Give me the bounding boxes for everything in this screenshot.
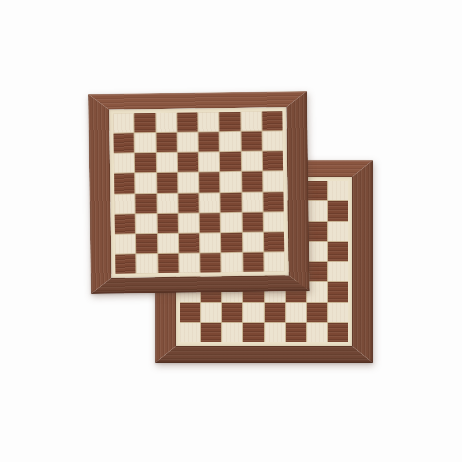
board-square-dark	[115, 214, 136, 233]
board-square-dark	[199, 173, 220, 192]
board-square-light	[113, 113, 134, 132]
board-square-dark	[307, 222, 327, 241]
board-square-light	[243, 303, 263, 322]
board-square-light	[114, 154, 135, 173]
board-square-dark	[157, 173, 178, 192]
board-square-light	[179, 253, 200, 272]
board-square-dark	[180, 303, 200, 322]
board-square-light	[265, 323, 285, 342]
board-square-light	[307, 242, 327, 261]
board-square-light	[286, 303, 306, 322]
board-square-light	[241, 152, 262, 171]
board-square-dark	[221, 192, 242, 211]
board-square-dark	[136, 194, 157, 213]
board-square-dark	[156, 133, 177, 152]
board-square-light	[135, 133, 156, 152]
board-square-dark	[263, 152, 284, 171]
board-square-light	[199, 152, 220, 171]
board-square-dark	[135, 113, 156, 132]
board-square-dark	[307, 303, 327, 322]
board-square-light	[157, 193, 178, 212]
board-square-light	[201, 303, 221, 322]
board-square-dark	[114, 174, 135, 193]
board-front-field	[113, 111, 284, 273]
board-square-light	[263, 172, 284, 191]
board-square-dark	[242, 212, 263, 231]
board-square-dark	[178, 193, 199, 212]
board-square-light	[242, 192, 263, 211]
board-square-light	[242, 232, 263, 251]
board-square-light	[136, 254, 157, 273]
board-square-dark	[286, 323, 306, 342]
board-square-light	[135, 173, 156, 192]
board-square-light	[221, 253, 242, 272]
board-square-light	[199, 193, 220, 212]
board-square-dark	[307, 262, 327, 281]
board-back-frame-right-rail	[352, 160, 373, 363]
board-square-dark	[262, 111, 283, 130]
board-square-light	[307, 201, 327, 220]
board-square-dark	[263, 192, 284, 211]
board-square-dark	[135, 153, 156, 172]
board-square-light	[328, 181, 348, 200]
board-square-dark	[307, 181, 327, 200]
board-square-dark	[179, 233, 200, 252]
board-square-light	[156, 113, 177, 132]
board-square-dark	[115, 254, 136, 273]
board-square-light	[180, 323, 200, 342]
product-photo	[0, 0, 462, 462]
board-square-dark	[243, 252, 264, 271]
board-front-frame-bottom-rail	[91, 275, 310, 294]
board-square-light	[262, 131, 283, 150]
board-square-dark	[157, 213, 178, 232]
board-square-light	[241, 112, 262, 131]
board-square-light	[115, 234, 136, 253]
board-square-dark	[242, 172, 263, 191]
board-square-dark	[328, 323, 348, 342]
chessboard-front	[88, 91, 310, 294]
board-square-light	[264, 252, 285, 271]
board-square-dark	[200, 213, 221, 232]
board-square-dark	[220, 152, 241, 171]
board-square-light	[221, 212, 242, 231]
board-square-light	[178, 213, 199, 232]
board-square-dark	[328, 242, 348, 261]
board-square-light	[114, 194, 135, 213]
board-square-light	[263, 212, 284, 231]
board-square-light	[136, 214, 157, 233]
board-front-inner-border	[109, 107, 288, 277]
board-square-light	[328, 222, 348, 241]
board-square-dark	[199, 132, 220, 151]
board-square-light	[200, 233, 221, 252]
board-square-dark	[177, 112, 198, 131]
board-square-dark	[222, 303, 242, 322]
board-square-dark	[178, 153, 199, 172]
board-square-dark	[328, 201, 348, 220]
board-square-dark	[221, 233, 242, 252]
board-square-light	[157, 234, 178, 253]
board-square-dark	[201, 323, 221, 342]
board-square-light	[198, 112, 219, 131]
board-square-dark	[136, 234, 157, 253]
board-square-dark	[220, 112, 241, 131]
board-square-dark	[114, 133, 135, 152]
board-square-dark	[328, 282, 348, 301]
board-back-frame-bottom-rail	[155, 346, 373, 363]
board-square-dark	[243, 323, 263, 342]
board-square-light	[177, 133, 198, 152]
board-front-frame-left-rail	[88, 94, 112, 294]
board-square-light	[307, 323, 327, 342]
board-square-light	[222, 323, 242, 342]
board-square-dark	[200, 253, 221, 272]
board-square-light	[328, 303, 348, 322]
board-square-light	[220, 132, 241, 151]
board-square-light	[328, 262, 348, 281]
board-square-dark	[264, 232, 285, 251]
board-square-dark	[158, 254, 179, 273]
board-square-light	[220, 172, 241, 191]
board-front-frame-right-rail	[286, 91, 310, 291]
board-square-dark	[265, 303, 285, 322]
board-square-light	[156, 153, 177, 172]
board-square-light	[307, 282, 327, 301]
board-square-light	[178, 173, 199, 192]
board-square-dark	[241, 132, 262, 151]
